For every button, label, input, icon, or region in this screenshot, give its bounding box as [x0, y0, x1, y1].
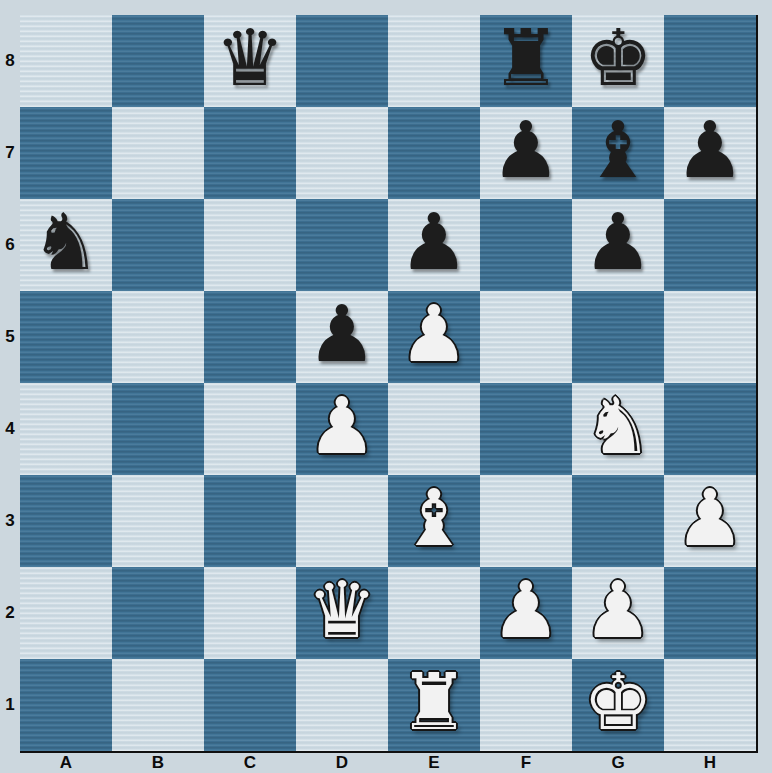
square-d2[interactable]: ♛ — [296, 567, 388, 659]
rank-label-6: 6 — [0, 199, 20, 291]
white-pawn-icon: ♟ — [675, 472, 745, 564]
rank-label-1: 1 — [0, 659, 20, 751]
square-c2[interactable] — [204, 567, 296, 659]
square-g8[interactable]: ♚ — [572, 15, 664, 107]
square-a4[interactable] — [20, 383, 112, 475]
white-pawn-icon: ♟ — [307, 380, 377, 472]
black-pawn-icon: ♟ — [399, 196, 469, 288]
square-g6[interactable]: ♟ — [572, 199, 664, 291]
square-g2[interactable]: ♟ — [572, 567, 664, 659]
square-h7[interactable]: ♟ — [664, 107, 756, 199]
square-f6[interactable] — [480, 199, 572, 291]
square-a6[interactable]: ♞ — [20, 199, 112, 291]
black-pawn-icon: ♟ — [583, 196, 653, 288]
square-e6[interactable]: ♟ — [388, 199, 480, 291]
square-e5[interactable]: ♟ — [388, 291, 480, 383]
square-b4[interactable] — [112, 383, 204, 475]
square-a5[interactable] — [20, 291, 112, 383]
white-rook-icon: ♜ — [399, 656, 469, 748]
file-label-f: F — [480, 753, 572, 773]
square-f2[interactable]: ♟ — [480, 567, 572, 659]
square-b3[interactable] — [112, 475, 204, 567]
square-h3[interactable]: ♟ — [664, 475, 756, 567]
white-pawn-icon: ♟ — [583, 564, 653, 656]
square-c6[interactable] — [204, 199, 296, 291]
square-d1[interactable] — [296, 659, 388, 751]
square-c4[interactable] — [204, 383, 296, 475]
square-g3[interactable] — [572, 475, 664, 567]
white-knight-icon: ♞ — [583, 380, 653, 472]
square-a1[interactable] — [20, 659, 112, 751]
file-label-d: D — [296, 753, 388, 773]
square-f7[interactable]: ♟ — [480, 107, 572, 199]
white-pawn-icon: ♟ — [399, 288, 469, 380]
square-a7[interactable] — [20, 107, 112, 199]
black-pawn-icon: ♟ — [675, 104, 745, 196]
black-bishop-icon: ♝ — [583, 104, 653, 196]
square-c8[interactable]: ♛ — [204, 15, 296, 107]
square-a3[interactable] — [20, 475, 112, 567]
square-f4[interactable] — [480, 383, 572, 475]
file-label-b: B — [112, 753, 204, 773]
square-h5[interactable] — [664, 291, 756, 383]
square-h4[interactable] — [664, 383, 756, 475]
file-label-c: C — [204, 753, 296, 773]
square-h1[interactable] — [664, 659, 756, 751]
square-e4[interactable] — [388, 383, 480, 475]
square-f8[interactable]: ♜ — [480, 15, 572, 107]
square-a2[interactable] — [20, 567, 112, 659]
square-f5[interactable] — [480, 291, 572, 383]
square-b1[interactable] — [112, 659, 204, 751]
square-g5[interactable] — [572, 291, 664, 383]
square-h6[interactable] — [664, 199, 756, 291]
file-label-a: A — [20, 753, 112, 773]
chess-board: ♛♜♚♟♝♟♞♟♟♟♟♟♞♝♟♛♟♟♜♚ — [20, 15, 758, 753]
square-b7[interactable] — [112, 107, 204, 199]
black-pawn-icon: ♟ — [307, 288, 377, 380]
square-b6[interactable] — [112, 199, 204, 291]
file-labels: ABCDEFGH — [20, 753, 756, 773]
white-pawn-icon: ♟ — [491, 564, 561, 656]
square-b5[interactable] — [112, 291, 204, 383]
square-g4[interactable]: ♞ — [572, 383, 664, 475]
square-b8[interactable] — [112, 15, 204, 107]
square-f3[interactable] — [480, 475, 572, 567]
square-e7[interactable] — [388, 107, 480, 199]
rank-label-5: 5 — [0, 291, 20, 383]
file-label-e: E — [388, 753, 480, 773]
rank-label-3: 3 — [0, 475, 20, 567]
square-h2[interactable] — [664, 567, 756, 659]
file-label-h: H — [664, 753, 756, 773]
square-e8[interactable] — [388, 15, 480, 107]
square-c5[interactable] — [204, 291, 296, 383]
square-d4[interactable]: ♟ — [296, 383, 388, 475]
square-d7[interactable] — [296, 107, 388, 199]
square-d5[interactable]: ♟ — [296, 291, 388, 383]
square-d6[interactable] — [296, 199, 388, 291]
black-king-icon: ♚ — [583, 12, 653, 104]
rank-label-4: 4 — [0, 383, 20, 475]
square-c1[interactable] — [204, 659, 296, 751]
white-king-icon: ♚ — [583, 656, 653, 748]
square-a8[interactable] — [20, 15, 112, 107]
square-g1[interactable]: ♚ — [572, 659, 664, 751]
square-f1[interactable] — [480, 659, 572, 751]
rank-labels: 87654321 — [0, 15, 20, 751]
square-e1[interactable]: ♜ — [388, 659, 480, 751]
square-d8[interactable] — [296, 15, 388, 107]
square-e3[interactable]: ♝ — [388, 475, 480, 567]
square-e2[interactable] — [388, 567, 480, 659]
white-bishop-icon: ♝ — [399, 472, 469, 564]
black-queen-icon: ♛ — [215, 12, 285, 104]
square-d3[interactable] — [296, 475, 388, 567]
square-b2[interactable] — [112, 567, 204, 659]
square-c3[interactable] — [204, 475, 296, 567]
square-h8[interactable] — [664, 15, 756, 107]
rank-label-8: 8 — [0, 15, 20, 107]
rank-label-2: 2 — [0, 567, 20, 659]
black-knight-icon: ♞ — [31, 196, 101, 288]
square-g7[interactable]: ♝ — [572, 107, 664, 199]
black-pawn-icon: ♟ — [491, 104, 561, 196]
file-label-g: G — [572, 753, 664, 773]
square-c7[interactable] — [204, 107, 296, 199]
rank-label-7: 7 — [0, 107, 20, 199]
black-rook-icon: ♜ — [491, 12, 561, 104]
white-queen-icon: ♛ — [307, 564, 377, 656]
chessboard-frame: 87654321 ♛♜♚♟♝♟♞♟♟♟♟♟♞♝♟♛♟♟♜♚ ABCDEFGH — [0, 0, 772, 773]
